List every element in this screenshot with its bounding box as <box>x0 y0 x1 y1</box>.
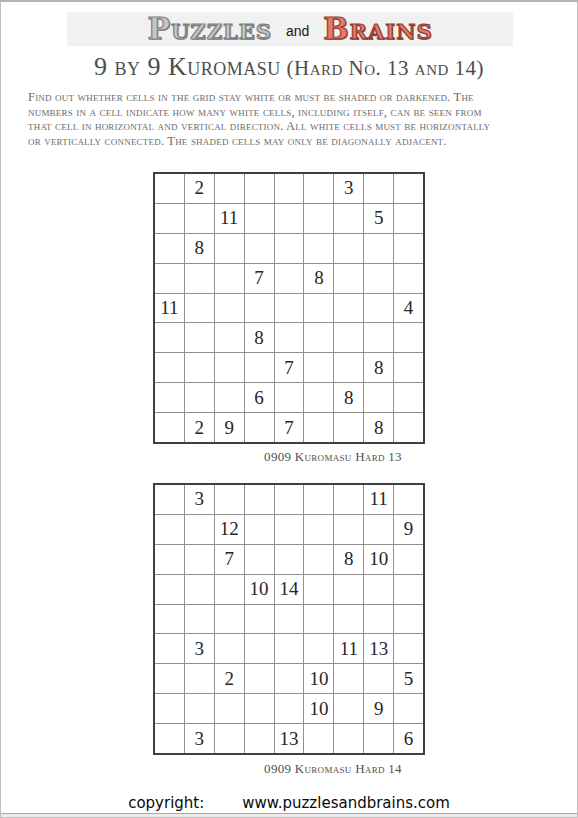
puzzle1-cell-r1c6[interactable] <box>304 174 333 203</box>
puzzle2-cell-r4c3[interactable] <box>215 575 244 604</box>
puzzle1-cell-r1c9[interactable] <box>394 174 423 203</box>
puzzle1-cell-r1c1[interactable] <box>155 174 184 203</box>
puzzle2-cell-r8c8[interactable]: 9 <box>364 694 393 723</box>
puzzle1-cell-r6c6[interactable] <box>304 323 333 352</box>
puzzle2-cell-r3c7[interactable]: 8 <box>334 545 363 574</box>
kuromasu-grid-hard-14: 311129781010143111321051093136 <box>153 483 425 755</box>
puzzle1-cell-r4c6[interactable]: 8 <box>304 264 333 293</box>
puzzle1-cell-r7c9[interactable] <box>394 353 423 382</box>
puzzle1-cell-r8c1[interactable] <box>155 383 184 412</box>
page-title-main: 9 by 9 Kuromasu <box>94 52 281 81</box>
puzzle1-cell-r4c2[interactable] <box>185 264 214 293</box>
puzzle2-cell-r5c8[interactable] <box>364 605 393 634</box>
puzzle1-cell-r6c7[interactable] <box>334 323 363 352</box>
puzzle1-cell-r2c9[interactable] <box>394 204 423 233</box>
puzzle1-cell-r2c6[interactable] <box>304 204 333 233</box>
puzzle1-cell-r3c8[interactable] <box>364 234 393 263</box>
puzzle1-cell-r9c7[interactable] <box>334 413 363 442</box>
puzzle1-cell-r7c1[interactable] <box>155 353 184 382</box>
puzzle2-cell-r1c7[interactable] <box>334 485 363 514</box>
puzzle1-cell-r4c3[interactable] <box>215 264 244 293</box>
puzzle2-cell-r7c8[interactable] <box>364 664 393 693</box>
puzzle1-cell-r3c1[interactable] <box>155 234 184 263</box>
puzzle2-cell-r1c8[interactable]: 11 <box>364 485 393 514</box>
puzzle2-cell-r6c3[interactable] <box>215 634 244 663</box>
puzzle1-cell-r9c1[interactable] <box>155 413 184 442</box>
puzzle2-cell-r8c9[interactable] <box>394 694 423 723</box>
puzzle2-cell-r8c1[interactable] <box>155 694 184 723</box>
puzzle-page: Puzzles and Brains 9 by 9 Kuromasu (Hard… <box>0 0 578 818</box>
puzzle1-cell-r4c1[interactable] <box>155 264 184 293</box>
puzzle1-cell-r9c8[interactable]: 8 <box>364 413 393 442</box>
puzzle1-cell-r2c8[interactable]: 5 <box>364 204 393 233</box>
puzzle1-cell-r7c3[interactable] <box>215 353 244 382</box>
puzzle2-cell-r3c1[interactable] <box>155 545 184 574</box>
puzzle1-cell-r8c5[interactable] <box>275 383 304 412</box>
puzzle1-cell-r2c5[interactable] <box>275 204 304 233</box>
puzzle2-cell-r4c1[interactable] <box>155 575 184 604</box>
puzzle1-cell-r8c4[interactable]: 6 <box>245 383 274 412</box>
puzzle1-cell-r5c7[interactable] <box>334 294 363 323</box>
puzzle2-cell-r6c6[interactable] <box>304 634 333 663</box>
puzzle2-cell-r2c4[interactable] <box>245 515 274 544</box>
puzzle2-cell-r6c9[interactable] <box>394 634 423 663</box>
puzzle2-cell-r2c3[interactable]: 12 <box>215 515 244 544</box>
puzzle2-cell-r4c8[interactable] <box>364 575 393 604</box>
puzzle2-cell-r5c5[interactable] <box>275 605 304 634</box>
puzzle1-cell-r1c4[interactable] <box>245 174 274 203</box>
puzzle2-cell-r9c6[interactable] <box>304 724 333 753</box>
puzzle2-cell-r1c9[interactable] <box>394 485 423 514</box>
puzzle1-cell-r6c8[interactable] <box>364 323 393 352</box>
instructions-text: Find out whether cells in the grid stay … <box>28 90 558 148</box>
puzzle1-cell-r2c2[interactable] <box>185 204 214 233</box>
puzzle1-cell-r2c7[interactable] <box>334 204 363 233</box>
page-title: 9 by 9 Kuromasu (Hard No. 13 and 14) <box>1 52 577 82</box>
puzzle1-cell-r6c9[interactable] <box>394 323 423 352</box>
puzzle1-cell-r5c8[interactable] <box>364 294 393 323</box>
puzzle2-cell-r1c4[interactable] <box>245 485 274 514</box>
puzzle2-cell-r9c1[interactable] <box>155 724 184 753</box>
puzzle1-cell-r5c6[interactable] <box>304 294 333 323</box>
puzzle2-cell-r5c9[interactable] <box>394 605 423 634</box>
puzzle2-cell-r2c7[interactable] <box>334 515 363 544</box>
puzzle2-cell-r7c7[interactable] <box>334 664 363 693</box>
puzzle2-cell-r9c7[interactable] <box>334 724 363 753</box>
puzzle1-cell-r7c6[interactable] <box>304 353 333 382</box>
puzzle1-cell-r6c1[interactable] <box>155 323 184 352</box>
puzzle1-cell-r1c2[interactable]: 2 <box>185 174 214 203</box>
puzzle2-cell-r4c2[interactable] <box>185 575 214 604</box>
puzzle2-cell-r4c4[interactable]: 10 <box>245 575 274 604</box>
puzzle2-cell-r8c2[interactable] <box>185 694 214 723</box>
logo-puzzles: Puzzles <box>147 14 271 44</box>
puzzle2-cell-r3c5[interactable] <box>275 545 304 574</box>
footer-copyright: copyright:www.puzzlesandbrains.com <box>1 794 577 812</box>
puzzle1-cell-r4c7[interactable] <box>334 264 363 293</box>
puzzle2-cell-r4c9[interactable] <box>394 575 423 604</box>
puzzle2-cell-r3c2[interactable] <box>185 545 214 574</box>
puzzle2-cell-r2c8[interactable] <box>364 515 393 544</box>
puzzle2-cell-r6c7[interactable]: 11 <box>334 634 363 663</box>
puzzle2-cell-r1c2[interactable]: 3 <box>185 485 214 514</box>
logo-and: and <box>286 19 309 39</box>
puzzle1-cell-r4c9[interactable] <box>394 264 423 293</box>
puzzle2-cell-r7c5[interactable] <box>275 664 304 693</box>
puzzle1-cell-r8c6[interactable] <box>304 383 333 412</box>
instructions-line-3: that cell in horizontal and vertical dir… <box>28 119 558 134</box>
puzzle2-cell-r1c1[interactable] <box>155 485 184 514</box>
puzzle1-cell-r2c1[interactable] <box>155 204 184 233</box>
puzzle2-cell-r1c5[interactable] <box>275 485 304 514</box>
puzzle2-cell-r7c3[interactable]: 2 <box>215 664 244 693</box>
puzzle2-cell-r2c5[interactable] <box>275 515 304 544</box>
puzzle1-cell-r9c2[interactable]: 2 <box>185 413 214 442</box>
puzzle1-cell-r7c8[interactable]: 8 <box>364 353 393 382</box>
puzzle2-cell-r1c3[interactable] <box>215 485 244 514</box>
puzzle2-cell-r8c6[interactable]: 10 <box>304 694 333 723</box>
puzzle2-cell-r9c2[interactable]: 3 <box>185 724 214 753</box>
puzzle2-cell-r2c1[interactable] <box>155 515 184 544</box>
puzzle1-cell-r3c5[interactable] <box>275 234 304 263</box>
puzzle2-cell-r5c4[interactable] <box>245 605 274 634</box>
puzzle1-cell-r8c8[interactable] <box>364 383 393 412</box>
puzzle2-cell-r7c2[interactable] <box>185 664 214 693</box>
puzzle2-cell-r8c7[interactable] <box>334 694 363 723</box>
puzzle1-cell-r9c5[interactable]: 7 <box>275 413 304 442</box>
instructions-line-4: or vertically connected. The shaded cell… <box>28 134 558 149</box>
puzzle2-cell-r7c6[interactable]: 10 <box>304 664 333 693</box>
puzzle2-cell-r2c9[interactable]: 9 <box>394 515 423 544</box>
puzzle1-cell-r5c9[interactable]: 4 <box>394 294 423 323</box>
puzzle1-cell-r2c3[interactable]: 11 <box>215 204 244 233</box>
puzzle2-cell-r5c7[interactable] <box>334 605 363 634</box>
puzzle1-cell-r7c2[interactable] <box>185 353 214 382</box>
puzzle2-cell-r3c4[interactable] <box>245 545 274 574</box>
puzzle2-cell-r6c2[interactable]: 3 <box>185 634 214 663</box>
puzzle2-cell-r3c9[interactable] <box>394 545 423 574</box>
puzzle2-cell-r9c9[interactable]: 6 <box>394 724 423 753</box>
puzzle1-cell-r6c2[interactable] <box>185 323 214 352</box>
puzzle1-cell-r3c7[interactable] <box>334 234 363 263</box>
puzzle1-cell-r3c2[interactable]: 8 <box>185 234 214 263</box>
puzzle1-cell-r5c5[interactable] <box>275 294 304 323</box>
puzzle2-cell-r9c5[interactable]: 13 <box>275 724 304 753</box>
puzzle2-cell-r6c4[interactable] <box>245 634 274 663</box>
grid-1-caption: 0909 Kuromasu Hard 13 <box>197 449 469 465</box>
page-title-sub: (Hard No. 13 and 14) <box>281 56 484 80</box>
puzzle1-cell-r6c3[interactable] <box>215 323 244 352</box>
puzzle2-cell-r4c6[interactable] <box>304 575 333 604</box>
puzzle2-cell-r2c6[interactable] <box>304 515 333 544</box>
puzzle2-cell-r7c1[interactable] <box>155 664 184 693</box>
puzzle2-cell-r6c5[interactable] <box>275 634 304 663</box>
puzzle2-cell-r6c8[interactable]: 13 <box>364 634 393 663</box>
puzzle2-cell-r8c5[interactable] <box>275 694 304 723</box>
puzzle1-cell-r1c7[interactable]: 3 <box>334 174 363 203</box>
puzzle1-cell-r7c5[interactable]: 7 <box>275 353 304 382</box>
puzzle1-cell-r5c3[interactable] <box>215 294 244 323</box>
puzzle1-cell-r8c9[interactable] <box>394 383 423 412</box>
puzzle1-cell-r3c9[interactable] <box>394 234 423 263</box>
kuromasu-grid-hard-13: 23115878114878682978 <box>153 172 425 444</box>
puzzle1-cell-r2c4[interactable] <box>245 204 274 233</box>
puzzle2-cell-r9c8[interactable] <box>364 724 393 753</box>
puzzle2-cell-r5c6[interactable] <box>304 605 333 634</box>
puzzle1-cell-r6c5[interactable] <box>275 323 304 352</box>
puzzle1-cell-r1c5[interactable] <box>275 174 304 203</box>
puzzle2-cell-r6c1[interactable] <box>155 634 184 663</box>
puzzle1-cell-r9c9[interactable] <box>394 413 423 442</box>
puzzle2-cell-r9c3[interactable] <box>215 724 244 753</box>
puzzle1-cell-r5c1[interactable]: 11 <box>155 294 184 323</box>
puzzle2-cell-r1c6[interactable] <box>304 485 333 514</box>
puzzle2-cell-r8c4[interactable] <box>245 694 274 723</box>
puzzle1-cell-r9c6[interactable] <box>304 413 333 442</box>
puzzle2-cell-r5c1[interactable] <box>155 605 184 634</box>
puzzle1-cell-r3c6[interactable] <box>304 234 333 263</box>
puzzle1-cell-r4c4[interactable]: 7 <box>245 264 274 293</box>
instructions-line-2: numbers in a cell indicate how many whit… <box>28 105 558 120</box>
puzzle2-cell-r4c7[interactable] <box>334 575 363 604</box>
puzzle1-cell-r3c4[interactable] <box>245 234 274 263</box>
puzzle2-cell-r2c2[interactable] <box>185 515 214 544</box>
bottom-rule <box>1 813 577 817</box>
grid-2-caption: 0909 Kuromasu Hard 14 <box>197 761 469 777</box>
puzzle1-cell-r1c3[interactable] <box>215 174 244 203</box>
puzzle2-cell-r8c3[interactable] <box>215 694 244 723</box>
puzzle1-cell-r1c8[interactable] <box>364 174 393 203</box>
puzzle2-cell-r3c3[interactable]: 7 <box>215 545 244 574</box>
puzzle2-cell-r5c2[interactable] <box>185 605 214 634</box>
puzzle2-cell-r3c8[interactable]: 10 <box>364 545 393 574</box>
puzzle1-cell-r7c7[interactable] <box>334 353 363 382</box>
puzzle1-cell-r5c2[interactable] <box>185 294 214 323</box>
logo-brains: Brains <box>323 14 432 44</box>
puzzle1-cell-r6c4[interactable]: 8 <box>245 323 274 352</box>
puzzle1-cell-r9c4[interactable] <box>245 413 274 442</box>
puzzle1-cell-r8c2[interactable] <box>185 383 214 412</box>
puzzle2-cell-r9c4[interactable] <box>245 724 274 753</box>
copyright-url: www.puzzlesandbrains.com <box>242 794 450 812</box>
puzzle1-cell-r8c7[interactable]: 8 <box>334 383 363 412</box>
puzzle2-cell-r7c4[interactable] <box>245 664 274 693</box>
copyright-label: copyright: <box>128 794 204 812</box>
puzzle1-cell-r3c3[interactable] <box>215 234 244 263</box>
puzzle1-cell-r5c4[interactable] <box>245 294 274 323</box>
puzzle1-cell-r8c3[interactable] <box>215 383 244 412</box>
header-logo-bar: Puzzles and Brains <box>67 12 513 46</box>
puzzle2-cell-r3c6[interactable] <box>304 545 333 574</box>
instructions-line-1: Find out whether cells in the grid stay … <box>28 90 558 105</box>
puzzle1-cell-r4c8[interactable] <box>364 264 393 293</box>
puzzle1-cell-r9c3[interactable]: 9 <box>215 413 244 442</box>
puzzle1-cell-r4c5[interactable] <box>275 264 304 293</box>
puzzle2-cell-r7c9[interactable]: 5 <box>394 664 423 693</box>
puzzle2-cell-r5c3[interactable] <box>215 605 244 634</box>
puzzle1-cell-r7c4[interactable] <box>245 353 274 382</box>
puzzle2-cell-r4c5[interactable]: 14 <box>275 575 304 604</box>
